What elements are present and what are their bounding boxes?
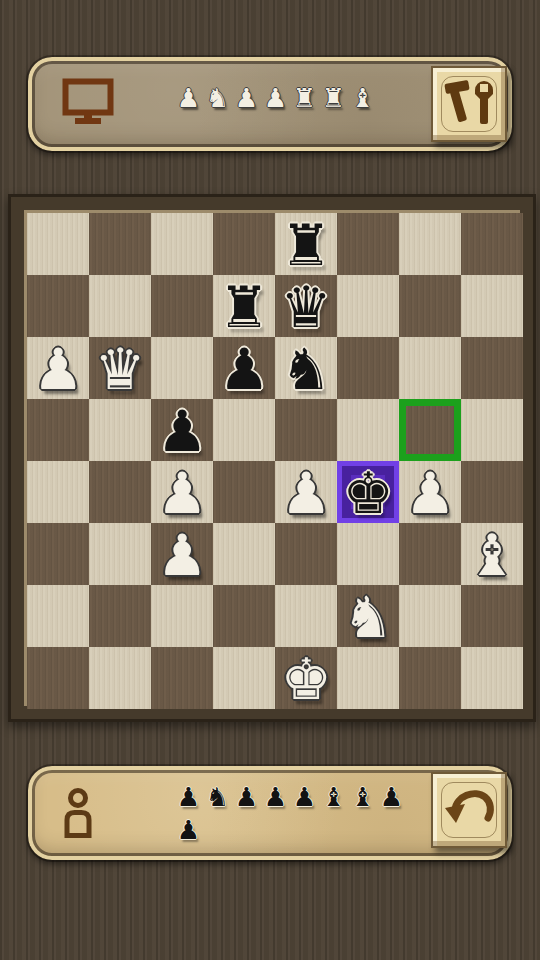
square-e8[interactable]: ♜ [275, 213, 337, 275]
chess-board: ♜♜♛♟♛♟♞♟♟♟♚♟♟♝♞♚ [27, 213, 523, 709]
captured-white-rook: ♜ [319, 83, 348, 113]
white-pawn-g4[interactable]: ♟ [399, 461, 461, 525]
square-a7[interactable] [27, 275, 89, 337]
captured-white-pawn: ♟ [232, 83, 261, 113]
captured-black-pieces-tray: ♟♞♟♟♟♝♝♟♟ [174, 782, 412, 845]
square-f6[interactable] [337, 337, 399, 399]
square-c1[interactable] [151, 647, 213, 709]
square-b8[interactable] [89, 213, 151, 275]
square-f4[interactable]: ♚ [337, 461, 399, 523]
app-screen: ♟♞♟♟♜♜♝ ♜♜♛♟♛♟♞♟♟♟♚♟♟♝♞♚ [0, 0, 540, 960]
square-b2[interactable] [89, 585, 151, 647]
square-e4[interactable]: ♟ [275, 461, 337, 523]
square-f8[interactable] [337, 213, 399, 275]
square-f2[interactable]: ♞ [337, 585, 399, 647]
black-king-f4[interactable]: ♚ [337, 461, 399, 525]
square-e1[interactable]: ♚ [275, 647, 337, 709]
square-h6[interactable] [461, 337, 523, 399]
captured-white-pieces-tray: ♟♞♟♟♜♜♝ [174, 83, 377, 113]
square-d6[interactable]: ♟ [213, 337, 275, 399]
square-a8[interactable] [27, 213, 89, 275]
square-g7[interactable] [399, 275, 461, 337]
square-a3[interactable] [27, 523, 89, 585]
square-g8[interactable] [399, 213, 461, 275]
square-d5[interactable] [213, 399, 275, 461]
captured-white-pawn: ♟ [174, 83, 203, 113]
white-pawn-a6[interactable]: ♟ [27, 337, 89, 401]
captured-black-pawn: ♟ [174, 782, 203, 812]
square-g5[interactable] [399, 399, 461, 461]
square-g6[interactable] [399, 337, 461, 399]
square-b7[interactable] [89, 275, 151, 337]
square-h7[interactable] [461, 275, 523, 337]
black-rook-e8[interactable]: ♜ [275, 213, 337, 277]
captured-black-pawn: ♟ [261, 782, 290, 812]
captured-black-pawn: ♟ [232, 782, 261, 812]
square-d1[interactable] [213, 647, 275, 709]
square-h8[interactable] [461, 213, 523, 275]
square-d3[interactable] [213, 523, 275, 585]
square-e7[interactable]: ♛ [275, 275, 337, 337]
square-h5[interactable] [461, 399, 523, 461]
square-a1[interactable] [27, 647, 89, 709]
square-c8[interactable] [151, 213, 213, 275]
square-f1[interactable] [337, 647, 399, 709]
square-g3[interactable] [399, 523, 461, 585]
square-d8[interactable] [213, 213, 275, 275]
square-c5[interactable]: ♟ [151, 399, 213, 461]
person-icon [62, 788, 94, 842]
square-h3[interactable]: ♝ [461, 523, 523, 585]
square-g4[interactable]: ♟ [399, 461, 461, 523]
square-a5[interactable] [27, 399, 89, 461]
white-bishop-h3[interactable]: ♝ [461, 523, 523, 587]
square-e6[interactable]: ♞ [275, 337, 337, 399]
square-e2[interactable] [275, 585, 337, 647]
monitor-icon [62, 78, 114, 130]
square-a2[interactable] [27, 585, 89, 647]
square-h2[interactable] [461, 585, 523, 647]
square-c3[interactable]: ♟ [151, 523, 213, 585]
square-b4[interactable] [89, 461, 151, 523]
white-knight-f2[interactable]: ♞ [337, 585, 399, 649]
undo-button[interactable] [431, 772, 507, 848]
white-pawn-c4[interactable]: ♟ [151, 461, 213, 525]
square-b3[interactable] [89, 523, 151, 585]
white-king-e1[interactable]: ♚ [275, 647, 337, 711]
square-h4[interactable] [461, 461, 523, 523]
square-c6[interactable] [151, 337, 213, 399]
square-a4[interactable] [27, 461, 89, 523]
undo-icon [442, 785, 496, 835]
square-e5[interactable] [275, 399, 337, 461]
square-b6[interactable]: ♛ [89, 337, 151, 399]
black-rook-d7[interactable]: ♜ [213, 275, 275, 339]
square-c2[interactable] [151, 585, 213, 647]
human-player-bar: ♟♞♟♟♟♝♝♟♟ [28, 766, 512, 860]
square-d2[interactable] [213, 585, 275, 647]
square-e3[interactable] [275, 523, 337, 585]
black-pawn-d6[interactable]: ♟ [213, 337, 275, 401]
square-b5[interactable] [89, 399, 151, 461]
captured-black-pawn: ♟ [174, 815, 203, 845]
computer-player-bar: ♟♞♟♟♜♜♝ [28, 57, 512, 151]
square-f5[interactable] [337, 399, 399, 461]
captured-black-bishop: ♝ [319, 782, 348, 812]
settings-button[interactable] [431, 66, 507, 142]
black-knight-e6[interactable]: ♞ [275, 337, 337, 401]
square-c4[interactable]: ♟ [151, 461, 213, 523]
square-g2[interactable] [399, 585, 461, 647]
white-pawn-e4[interactable]: ♟ [275, 461, 337, 525]
square-d7[interactable]: ♜ [213, 275, 275, 337]
captured-white-bishop: ♝ [348, 83, 377, 113]
square-f3[interactable] [337, 523, 399, 585]
board-frame: ♜♜♛♟♛♟♞♟♟♟♚♟♟♝♞♚ [8, 194, 536, 722]
captured-white-pawn: ♟ [261, 83, 290, 113]
captured-white-rook: ♜ [290, 83, 319, 113]
square-a6[interactable]: ♟ [27, 337, 89, 399]
square-c7[interactable] [151, 275, 213, 337]
captured-black-bishop: ♝ [348, 782, 377, 812]
square-g1[interactable] [399, 647, 461, 709]
square-d4[interactable] [213, 461, 275, 523]
white-pawn-c3[interactable]: ♟ [151, 523, 213, 587]
captured-white-knight: ♞ [203, 83, 232, 113]
square-b1[interactable] [89, 647, 151, 709]
black-queen-e7[interactable]: ♛ [275, 275, 337, 339]
square-h1[interactable] [461, 647, 523, 709]
white-queen-b6[interactable]: ♛ [89, 337, 151, 401]
captured-black-pawn: ♟ [290, 782, 319, 812]
captured-black-knight: ♞ [203, 782, 232, 812]
square-f7[interactable] [337, 275, 399, 337]
tools-icon [442, 76, 496, 132]
captured-black-pawn: ♟ [377, 782, 406, 812]
black-pawn-c5[interactable]: ♟ [151, 399, 213, 463]
